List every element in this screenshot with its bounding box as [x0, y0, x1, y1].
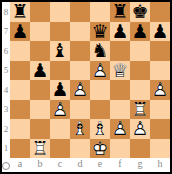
rank-label-7: 7 — [2, 22, 10, 42]
square-f5[interactable]: ♛♕ — [110, 61, 130, 81]
file-label-f: f — [110, 158, 130, 172]
piece-white-pawn-icon[interactable]: ♟♙ — [150, 80, 170, 100]
file-label-c: c — [50, 158, 70, 172]
square-b7[interactable] — [30, 22, 50, 42]
piece-black-pawn-icon[interactable]: ♟ — [130, 22, 150, 42]
piece-outline: ♙ — [150, 80, 170, 100]
piece-black-king-icon[interactable]: ♚ — [130, 2, 150, 22]
square-a8[interactable]: ♜ — [10, 2, 30, 22]
square-f1[interactable] — [110, 139, 130, 159]
square-c1[interactable] — [50, 139, 70, 159]
piece-white-rook-icon[interactable]: ♜♖ — [30, 139, 50, 159]
square-c4[interactable]: ♟ — [50, 80, 70, 100]
square-e4[interactable] — [90, 80, 110, 100]
piece-white-pawn-icon[interactable]: ♟♙ — [70, 80, 90, 100]
piece-outline: ♙ — [90, 61, 110, 81]
piece-black-bishop-icon[interactable]: ♝ — [50, 41, 70, 61]
piece-black-pawn-icon[interactable]: ♟ — [50, 80, 70, 100]
square-e2[interactable]: ♝♗ — [90, 119, 110, 139]
piece-outline: ♗ — [90, 119, 110, 139]
square-g2[interactable]: ♟♙ — [130, 119, 150, 139]
square-d2[interactable]: ♝♗ — [70, 119, 90, 139]
square-g6[interactable] — [130, 41, 150, 61]
piece-outline: ♙ — [50, 100, 70, 120]
file-label-h: h — [150, 158, 170, 172]
piece-black-pawn-icon[interactable]: ♟ — [110, 22, 130, 42]
piece-black-pawn-icon[interactable]: ♟ — [150, 22, 170, 42]
square-h4[interactable]: ♟♙ — [150, 80, 170, 100]
square-b8[interactable] — [30, 2, 50, 22]
piece-black-knight-icon[interactable]: ♞ — [90, 41, 110, 61]
square-a3[interactable] — [10, 100, 30, 120]
square-c3[interactable]: ♟♙ — [50, 100, 70, 120]
square-a4[interactable] — [10, 80, 30, 100]
square-g5[interactable] — [130, 61, 150, 81]
piece-white-pawn-icon[interactable]: ♟♙ — [110, 119, 130, 139]
piece-outline: ♙ — [70, 80, 90, 100]
square-e6[interactable]: ♞ — [90, 41, 110, 61]
piece-black-rook-icon[interactable]: ♜ — [110, 2, 130, 22]
square-f2[interactable]: ♟♙ — [110, 119, 130, 139]
piece-white-pawn-icon[interactable]: ♟♙ — [90, 61, 110, 81]
square-a7[interactable]: ♟ — [10, 22, 30, 42]
square-d6[interactable] — [70, 41, 90, 61]
piece-black-pawn-icon[interactable]: ♟ — [30, 61, 50, 81]
rank-label-2: 2 — [2, 119, 10, 139]
square-f6[interactable] — [110, 41, 130, 61]
square-a1[interactable] — [10, 139, 30, 159]
square-c6[interactable]: ♝ — [50, 41, 70, 61]
rank-label-6: 6 — [2, 41, 10, 61]
square-c2[interactable] — [50, 119, 70, 139]
square-d7[interactable] — [70, 22, 90, 42]
piece-outline: ♙ — [110, 119, 130, 139]
square-a6[interactable] — [10, 41, 30, 61]
rank-labels: 87654321 — [2, 2, 10, 158]
file-labels: abcdefgh — [10, 158, 170, 172]
rank-label-4: 4 — [2, 80, 10, 100]
square-f7[interactable]: ♟ — [110, 22, 130, 42]
piece-outline: ♔ — [90, 139, 110, 159]
square-h7[interactable]: ♟ — [150, 22, 170, 42]
square-e5[interactable]: ♟♙ — [90, 61, 110, 81]
square-b5[interactable]: ♟ — [30, 61, 50, 81]
file-label-b: b — [30, 158, 50, 172]
file-label-a: a — [10, 158, 30, 172]
square-g1[interactable] — [130, 139, 150, 159]
piece-black-rook-icon[interactable]: ♜ — [10, 2, 30, 22]
square-h3[interactable] — [150, 100, 170, 120]
piece-outline: ♖ — [30, 139, 50, 159]
turn-indicator — [2, 158, 10, 172]
piece-white-king-icon[interactable]: ♚♔ — [90, 139, 110, 159]
piece-outline: ♙ — [130, 119, 150, 139]
piece-white-pawn-icon[interactable]: ♟♙ — [130, 119, 150, 139]
rank-label-8: 8 — [2, 2, 10, 22]
square-f8[interactable]: ♜ — [110, 2, 130, 22]
square-g7[interactable]: ♟ — [130, 22, 150, 42]
square-b6[interactable] — [30, 41, 50, 61]
piece-outline: ♗ — [70, 119, 90, 139]
square-f4[interactable] — [110, 80, 130, 100]
file-label-d: d — [70, 158, 90, 172]
square-d8[interactable] — [70, 2, 90, 22]
piece-outline: ♕ — [110, 61, 130, 81]
piece-white-pawn-icon[interactable]: ♟♙ — [50, 100, 70, 120]
piece-white-queen-icon[interactable]: ♛♕ — [110, 61, 130, 81]
file-label-g: g — [130, 158, 150, 172]
piece-black-pawn-icon[interactable]: ♟ — [10, 22, 30, 42]
square-d1[interactable] — [70, 139, 90, 159]
square-c8[interactable] — [50, 2, 70, 22]
square-b2[interactable] — [30, 119, 50, 139]
square-b3[interactable] — [30, 100, 50, 120]
square-h6[interactable] — [150, 41, 170, 61]
rank-label-5: 5 — [2, 61, 10, 81]
square-h8[interactable] — [150, 2, 170, 22]
square-h1[interactable] — [150, 139, 170, 159]
rank-label-3: 3 — [2, 100, 10, 120]
square-g4[interactable] — [130, 80, 150, 100]
square-a2[interactable] — [10, 119, 30, 139]
file-label-e: e — [90, 158, 110, 172]
square-g8[interactable]: ♚ — [130, 2, 150, 22]
square-d4[interactable]: ♟♙ — [70, 80, 90, 100]
piece-white-bishop-icon[interactable]: ♝♗ — [70, 119, 90, 139]
square-b1[interactable]: ♜♖ — [30, 139, 50, 159]
white-to-move-icon — [2, 162, 10, 170]
square-e8[interactable] — [90, 2, 110, 22]
rank-label-1: 1 — [2, 139, 10, 159]
piece-white-bishop-icon[interactable]: ♝♗ — [90, 119, 110, 139]
square-h2[interactable] — [150, 119, 170, 139]
square-b4[interactable] — [30, 80, 50, 100]
chess-board-diagram: 87654321 ♜♜♚♟♛♟♟♟♝♞♟♟♙♛♕♟♟♙♟♙♟♙♜♖♝♗♝♗♟♙♟… — [0, 0, 172, 174]
square-e1[interactable]: ♚♔ — [90, 139, 110, 159]
chess-board[interactable]: ♜♜♚♟♛♟♟♟♝♞♟♟♙♛♕♟♟♙♟♙♟♙♜♖♝♗♝♗♟♙♟♙♜♖♚♔ — [10, 2, 170, 158]
square-a5[interactable] — [10, 61, 30, 81]
